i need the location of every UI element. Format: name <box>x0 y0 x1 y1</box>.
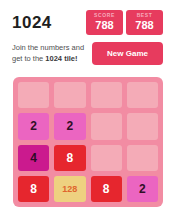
empty-cell <box>127 82 158 108</box>
tile-4: 4 <box>18 145 49 171</box>
intro-line1: Join the numbers and <box>12 43 84 52</box>
best-label: BEST <box>137 13 153 18</box>
tile-2: 2 <box>127 176 158 202</box>
empty-cell <box>127 145 158 171</box>
intro-text: Join the numbers and get to the 1024 til… <box>12 43 84 64</box>
sub-header: Join the numbers and get to the 1024 til… <box>12 42 163 65</box>
empty-cell <box>91 113 122 139</box>
empty-cell <box>18 82 49 108</box>
empty-cell <box>91 82 122 108</box>
tile-8: 8 <box>18 176 49 202</box>
score-value: 788 <box>95 19 113 31</box>
score-label: SCORE <box>94 13 115 18</box>
empty-cell <box>127 113 158 139</box>
best-badge: BEST 788 <box>126 10 163 35</box>
tile-8: 8 <box>91 176 122 202</box>
page-title: 1024 <box>12 13 52 33</box>
new-game-button[interactable]: New Game <box>92 42 163 65</box>
tile-2: 2 <box>54 113 85 139</box>
empty-cell <box>54 82 85 108</box>
tile-8: 8 <box>54 145 85 171</box>
header: 1024 SCORE 788 BEST 788 <box>12 10 163 35</box>
game-page: 1024 SCORE 788 BEST 788 Join the numbers… <box>0 0 175 220</box>
tile-128: 128 <box>54 176 85 202</box>
score-badges: SCORE 788 BEST 788 <box>86 10 163 35</box>
tile-2: 2 <box>18 113 49 139</box>
intro-line2: get to the <box>12 54 45 63</box>
best-value: 788 <box>135 19 153 31</box>
score-badge: SCORE 788 <box>86 10 123 35</box>
intro-goal: 1024 tile! <box>45 54 77 63</box>
empty-cell <box>91 145 122 171</box>
game-board[interactable]: 2248812882 <box>13 77 163 207</box>
